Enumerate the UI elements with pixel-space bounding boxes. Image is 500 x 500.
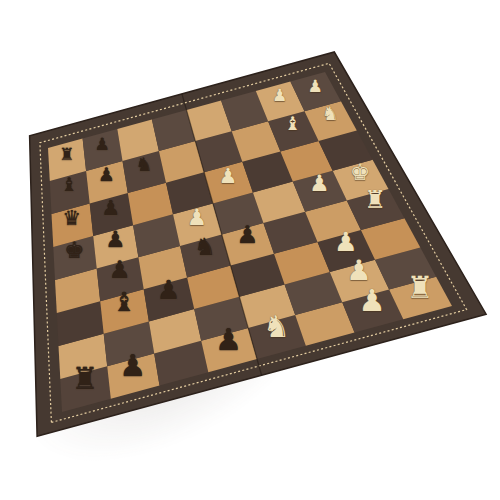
piece-white-pawn-g8[interactable]: ♟	[272, 87, 287, 104]
piece-black-knight-c7[interactable]: ♞	[135, 156, 152, 175]
piece-black-pawn-b8[interactable]: ♟	[95, 136, 110, 153]
piece-white-pawn-g1[interactable]: ♟	[359, 286, 386, 316]
piece-black-pawn-d1[interactable]: ♟	[215, 325, 242, 355]
piece-white-rook-h1[interactable]: ♜	[407, 273, 434, 303]
piece-white-pawn-d5[interactable]: ♟	[187, 206, 207, 229]
piece-black-pawn-b4[interactable]: ♟	[109, 259, 131, 283]
piece-black-knight-d4[interactable]: ♞	[194, 235, 216, 259]
piece-white-knight-h7[interactable]: ♞	[322, 105, 339, 124]
piece-black-pawn-e4[interactable]: ♟	[236, 224, 258, 248]
piece-black-pawn-b7[interactable]: ♟	[98, 166, 115, 185]
piece-white-pawn-g2[interactable]: ♟	[346, 257, 371, 285]
piece-black-pawn-c3[interactable]: ♟	[157, 277, 181, 303]
piece-white-pawn-e6[interactable]: ♟	[219, 165, 238, 186]
piece-white-knight-e1[interactable]: ♞	[263, 312, 290, 342]
piece-black-pawn-b1[interactable]: ♟	[119, 351, 146, 381]
piece-black-bishop-a7[interactable]: ♝	[61, 177, 78, 196]
piece-black-rook-a1[interactable]: ♜	[72, 364, 99, 394]
piece-black-pawn-b6[interactable]: ♟	[102, 197, 121, 218]
piece-white-bishop-g7[interactable]: ♝	[284, 115, 301, 134]
piece-white-pawn-g5[interactable]: ♟	[309, 172, 329, 195]
piece-black-rook-a8[interactable]: ♜	[59, 145, 74, 162]
piece-white-king-h5[interactable]: ♚	[350, 161, 370, 184]
piece-black-queen-a6[interactable]: ♛	[63, 208, 82, 229]
piece-black-bishop-b3[interactable]: ♝	[112, 289, 136, 315]
piece-white-rook-h4[interactable]: ♜	[364, 189, 386, 213]
piece-white-pawn-h8[interactable]: ♟	[308, 77, 323, 94]
product-photo: ♜♟♟♟♝♟♞♝♞♛♟♟♚♟♟♟♚♟♞♟♜♝♟♟♟♜♟♟♞♟♜	[0, 0, 500, 500]
piece-black-pawn-b5[interactable]: ♟	[105, 228, 125, 251]
piece-black-king-a5[interactable]: ♚	[64, 239, 84, 262]
piece-white-pawn-g3[interactable]: ♟	[334, 229, 358, 255]
